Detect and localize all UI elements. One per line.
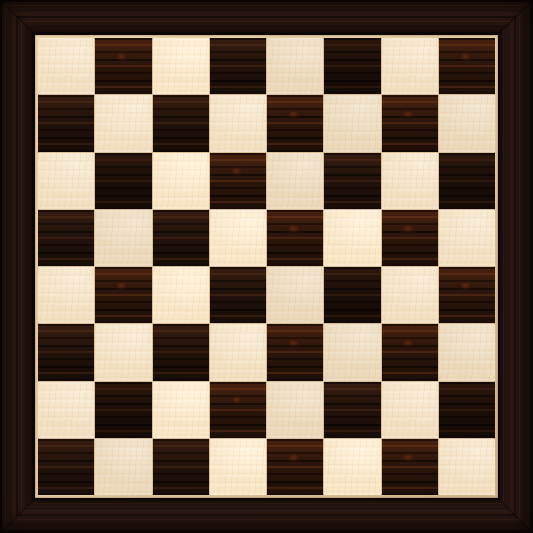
square-b4[interactable]	[95, 267, 151, 323]
square-a3[interactable]	[38, 324, 94, 380]
square-d7[interactable]	[210, 95, 266, 151]
square-g1[interactable]	[382, 439, 438, 495]
square-a6[interactable]	[38, 153, 94, 209]
square-e7[interactable]	[267, 95, 323, 151]
square-g7[interactable]	[382, 95, 438, 151]
square-d1[interactable]	[210, 439, 266, 495]
square-f1[interactable]	[324, 439, 380, 495]
square-a2[interactable]	[38, 382, 94, 438]
square-g2[interactable]	[382, 382, 438, 438]
square-c2[interactable]	[153, 382, 209, 438]
square-a4[interactable]	[38, 267, 94, 323]
square-c5[interactable]	[153, 210, 209, 266]
square-h6[interactable]	[439, 153, 495, 209]
square-h1[interactable]	[439, 439, 495, 495]
square-c6[interactable]	[153, 153, 209, 209]
square-c8[interactable]	[153, 38, 209, 94]
square-g8[interactable]	[382, 38, 438, 94]
chess-board	[38, 38, 495, 495]
square-d4[interactable]	[210, 267, 266, 323]
square-c1[interactable]	[153, 439, 209, 495]
square-e4[interactable]	[267, 267, 323, 323]
square-b2[interactable]	[95, 382, 151, 438]
square-g3[interactable]	[382, 324, 438, 380]
square-e1[interactable]	[267, 439, 323, 495]
square-c3[interactable]	[153, 324, 209, 380]
square-d6[interactable]	[210, 153, 266, 209]
square-d5[interactable]	[210, 210, 266, 266]
square-b3[interactable]	[95, 324, 151, 380]
square-f7[interactable]	[324, 95, 380, 151]
square-h8[interactable]	[439, 38, 495, 94]
square-a7[interactable]	[38, 95, 94, 151]
square-d3[interactable]	[210, 324, 266, 380]
board-inlay-border	[35, 35, 498, 498]
square-b1[interactable]	[95, 439, 151, 495]
square-d2[interactable]	[210, 382, 266, 438]
square-b7[interactable]	[95, 95, 151, 151]
square-e8[interactable]	[267, 38, 323, 94]
square-h7[interactable]	[439, 95, 495, 151]
square-e5[interactable]	[267, 210, 323, 266]
frame-top-rail	[0, 0, 533, 35]
square-c4[interactable]	[153, 267, 209, 323]
square-f4[interactable]	[324, 267, 380, 323]
chessboard-photo	[0, 0, 533, 533]
square-h4[interactable]	[439, 267, 495, 323]
square-f5[interactable]	[324, 210, 380, 266]
square-a8[interactable]	[38, 38, 94, 94]
square-g4[interactable]	[382, 267, 438, 323]
square-f6[interactable]	[324, 153, 380, 209]
square-c7[interactable]	[153, 95, 209, 151]
square-g5[interactable]	[382, 210, 438, 266]
square-b5[interactable]	[95, 210, 151, 266]
square-h2[interactable]	[439, 382, 495, 438]
square-e6[interactable]	[267, 153, 323, 209]
square-b6[interactable]	[95, 153, 151, 209]
square-a5[interactable]	[38, 210, 94, 266]
frame-right-rail	[498, 0, 533, 533]
frame-bottom-rail	[0, 498, 533, 533]
square-e3[interactable]	[267, 324, 323, 380]
square-h3[interactable]	[439, 324, 495, 380]
square-a1[interactable]	[38, 439, 94, 495]
square-f2[interactable]	[324, 382, 380, 438]
square-d8[interactable]	[210, 38, 266, 94]
square-h5[interactable]	[439, 210, 495, 266]
square-f8[interactable]	[324, 38, 380, 94]
square-e2[interactable]	[267, 382, 323, 438]
frame-left-rail	[0, 0, 35, 533]
square-b8[interactable]	[95, 38, 151, 94]
square-g6[interactable]	[382, 153, 438, 209]
square-f3[interactable]	[324, 324, 380, 380]
